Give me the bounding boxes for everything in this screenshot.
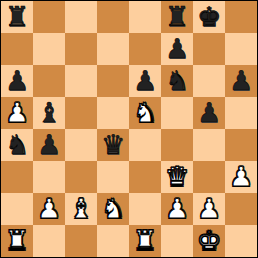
square-d3[interactable] [97,161,129,193]
square-d6[interactable] [97,65,129,97]
square-c1[interactable] [65,225,97,257]
square-g2[interactable]: ♟ [193,193,225,225]
square-b7[interactable] [33,33,65,65]
square-e7[interactable] [129,33,161,65]
piece-black-queen-d4[interactable]: ♛ [101,129,125,161]
square-b1[interactable] [33,225,65,257]
square-a5[interactable]: ♟ [1,97,33,129]
square-a3[interactable] [1,161,33,193]
square-g7[interactable] [193,33,225,65]
square-f8[interactable]: ♜ [161,1,193,33]
square-g6[interactable] [193,65,225,97]
square-b3[interactable] [33,161,65,193]
square-b6[interactable] [33,65,65,97]
piece-white-bishop-c2[interactable]: ♝ [69,193,93,225]
square-g5[interactable]: ♟ [193,97,225,129]
square-d8[interactable] [97,1,129,33]
piece-black-pawn-f7[interactable]: ♟ [165,33,189,65]
square-b8[interactable] [33,1,65,33]
square-e3[interactable] [129,161,161,193]
square-a6[interactable]: ♟ [1,65,33,97]
chess-board-frame: ♜♜♚♟♟♟♞♟♟♝♞♟♞♟♛♛♟♟♝♞♟♟♜♜♚ [0,0,258,258]
piece-white-pawn-b2[interactable]: ♟ [37,193,61,225]
piece-white-king-g1[interactable]: ♚ [197,225,221,257]
square-e4[interactable] [129,129,161,161]
square-f5[interactable] [161,97,193,129]
square-h1[interactable] [225,225,257,257]
square-e5[interactable]: ♞ [129,97,161,129]
square-f3[interactable]: ♛ [161,161,193,193]
piece-white-queen-f3[interactable]: ♛ [165,161,189,193]
square-c7[interactable] [65,33,97,65]
square-d5[interactable] [97,97,129,129]
piece-black-pawn-b4[interactable]: ♟ [37,129,61,161]
square-d1[interactable] [97,225,129,257]
chess-board: ♜♜♚♟♟♟♞♟♟♝♞♟♞♟♛♛♟♟♝♞♟♟♜♜♚ [1,1,257,257]
square-b2[interactable]: ♟ [33,193,65,225]
square-g1[interactable]: ♚ [193,225,225,257]
square-f2[interactable]: ♟ [161,193,193,225]
piece-white-pawn-f2[interactable]: ♟ [165,193,189,225]
square-c6[interactable] [65,65,97,97]
square-b5[interactable]: ♝ [33,97,65,129]
square-a4[interactable]: ♞ [1,129,33,161]
square-e1[interactable]: ♜ [129,225,161,257]
square-c4[interactable] [65,129,97,161]
piece-black-rook-a8[interactable]: ♜ [5,1,29,33]
square-e8[interactable] [129,1,161,33]
square-f4[interactable] [161,129,193,161]
square-h2[interactable] [225,193,257,225]
square-e2[interactable] [129,193,161,225]
square-f6[interactable]: ♞ [161,65,193,97]
square-f1[interactable] [161,225,193,257]
piece-black-king-g8[interactable]: ♚ [197,1,221,33]
square-e6[interactable]: ♟ [129,65,161,97]
square-f7[interactable]: ♟ [161,33,193,65]
square-c3[interactable] [65,161,97,193]
square-g4[interactable] [193,129,225,161]
square-c8[interactable] [65,1,97,33]
square-h5[interactable] [225,97,257,129]
square-a2[interactable] [1,193,33,225]
piece-black-pawn-a6[interactable]: ♟ [5,65,29,97]
piece-black-pawn-e6[interactable]: ♟ [133,65,157,97]
piece-white-pawn-h3[interactable]: ♟ [229,161,253,193]
square-a7[interactable] [1,33,33,65]
square-h3[interactable]: ♟ [225,161,257,193]
square-h4[interactable] [225,129,257,161]
piece-black-bishop-b5[interactable]: ♝ [37,97,61,129]
square-h8[interactable] [225,1,257,33]
piece-white-knight-d2[interactable]: ♞ [101,193,125,225]
square-a1[interactable]: ♜ [1,225,33,257]
piece-white-rook-a1[interactable]: ♜ [5,225,29,257]
square-h7[interactable] [225,33,257,65]
square-d7[interactable] [97,33,129,65]
piece-white-rook-e1[interactable]: ♜ [133,225,157,257]
square-h6[interactable]: ♟ [225,65,257,97]
square-b4[interactable]: ♟ [33,129,65,161]
square-c5[interactable] [65,97,97,129]
piece-black-pawn-h6[interactable]: ♟ [229,65,253,97]
piece-white-pawn-g2[interactable]: ♟ [197,193,221,225]
square-g8[interactable]: ♚ [193,1,225,33]
square-g3[interactable] [193,161,225,193]
piece-white-pawn-a5[interactable]: ♟ [5,97,29,129]
square-c2[interactable]: ♝ [65,193,97,225]
piece-black-pawn-g5[interactable]: ♟ [197,97,221,129]
piece-black-rook-f8[interactable]: ♜ [165,1,189,33]
square-d4[interactable]: ♛ [97,129,129,161]
square-d2[interactable]: ♞ [97,193,129,225]
piece-white-knight-e5[interactable]: ♞ [133,97,157,129]
piece-black-knight-f6[interactable]: ♞ [165,65,189,97]
piece-black-knight-a4[interactable]: ♞ [5,129,29,161]
square-a8[interactable]: ♜ [1,1,33,33]
